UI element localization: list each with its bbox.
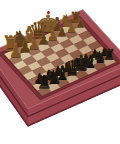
piece-white-pawn: ♟ bbox=[9, 44, 23, 60]
chess-set-photo: ♜♞♝♛♚♝♞♜♟♟♟♟♟♟♟♟♟♟♟♟♟♟♟♟♜♞♝♛♚♝♞♜ bbox=[0, 0, 120, 144]
white-pawn-glyph: ♟ bbox=[9, 44, 23, 60]
piece-black-rook: ♜ bbox=[36, 73, 52, 91]
white-pawn-glyph: ♟ bbox=[76, 19, 86, 30]
black-rook-glyph: ♜ bbox=[36, 73, 52, 91]
piece-white-pawn: ♟ bbox=[76, 19, 86, 30]
white-pawn-glyph: ♟ bbox=[66, 23, 76, 34]
pieces-layer: ♜♞♝♛♚♝♞♜♟♟♟♟♟♟♟♟♟♟♟♟♟♟♟♟♜♞♝♛♚♝♞♜ bbox=[0, 0, 120, 144]
piece-white-pawn: ♟ bbox=[66, 23, 76, 34]
white-king-red-plume bbox=[46, 11, 49, 14]
